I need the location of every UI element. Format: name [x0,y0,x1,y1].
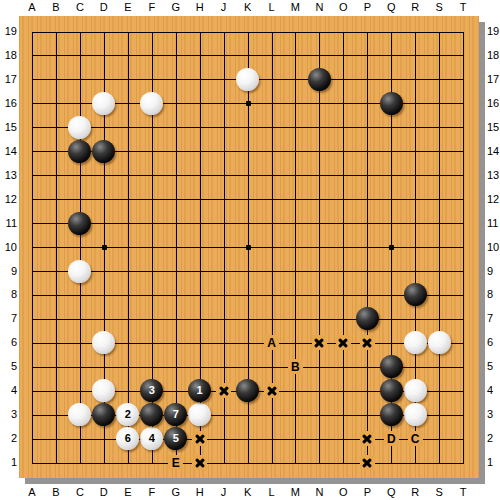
black-stone[interactable]: 7 [164,403,187,426]
cross-marker [216,383,231,398]
row-label-left: 3 [2,408,17,421]
row-label-right: 8 [487,288,500,301]
row-label-left: 6 [2,336,17,349]
row-label-left: 12 [2,193,17,206]
black-stone[interactable]: 3 [140,379,163,402]
white-stone[interactable] [92,331,115,354]
black-stone[interactable]: 5 [164,427,187,450]
black-stone[interactable] [380,403,403,426]
column-label-top: G [166,1,186,14]
black-stone[interactable] [380,92,403,115]
letter-marker-d: D [384,431,399,446]
letter-marker-e: E [168,455,183,470]
row-label-left: 7 [2,312,17,325]
row-label-left: 5 [2,360,17,373]
row-label-right: 4 [487,384,500,397]
column-label-top: K [238,1,258,14]
white-stone[interactable] [92,92,115,115]
column-label-bottom: B [46,486,66,499]
white-stone[interactable] [428,331,451,354]
column-label-bottom: N [309,486,329,499]
grid-line-vertical [463,32,464,464]
grid-line-horizontal [32,439,464,440]
column-label-bottom: D [94,486,114,499]
column-label-bottom: E [118,486,138,499]
row-label-left: 13 [2,169,17,182]
column-label-bottom: H [190,486,210,499]
column-label-top: J [214,1,234,14]
row-label-left: 15 [2,121,17,134]
grid-line-horizontal [32,319,464,320]
row-label-right: 15 [487,121,500,134]
column-label-bottom: J [214,486,234,499]
column-label-top: P [357,1,377,14]
column-label-bottom: R [405,486,425,499]
goban-board[interactable]: ABCDE2461357 [19,16,479,478]
grid-line-vertical [367,32,368,464]
row-label-left: 4 [2,384,17,397]
cross-marker [192,455,207,470]
black-stone[interactable] [140,403,163,426]
column-label-bottom: G [166,486,186,499]
column-label-bottom: S [429,486,449,499]
white-stone[interactable] [404,403,427,426]
black-stone[interactable] [308,68,331,91]
column-label-bottom: K [238,486,258,499]
row-label-right: 10 [487,241,500,254]
cross-marker [360,335,375,350]
row-label-left: 18 [2,49,17,62]
grid-line-vertical [439,32,440,464]
star-point [389,245,394,250]
column-label-top: M [285,1,305,14]
letter-marker-a: A [264,335,279,350]
row-label-left: 1 [2,456,17,469]
row-label-right: 17 [487,73,500,86]
row-label-right: 16 [487,97,500,110]
grid-line-vertical [295,32,296,464]
column-label-top: T [453,1,473,14]
column-label-bottom: O [333,486,353,499]
row-label-right: 6 [487,336,500,349]
column-label-bottom: M [285,486,305,499]
column-label-top: B [46,1,66,14]
black-stone[interactable] [68,212,91,235]
white-stone[interactable] [236,68,259,91]
black-stone[interactable] [92,140,115,163]
row-label-left: 2 [2,432,17,445]
white-stone[interactable] [68,403,91,426]
row-label-left: 9 [2,265,17,278]
row-label-left: 14 [2,145,17,158]
black-stone[interactable] [236,379,259,402]
column-label-top: H [190,1,210,14]
grid-line-vertical [319,32,320,464]
row-label-left: 17 [2,73,17,86]
row-label-left: 19 [2,25,17,38]
white-stone[interactable] [140,92,163,115]
white-stone[interactable] [68,116,91,139]
star-point [102,245,107,250]
white-stone[interactable] [188,403,211,426]
column-label-bottom: C [70,486,90,499]
column-label-top: D [94,1,114,14]
white-stone[interactable] [404,331,427,354]
column-label-top: O [333,1,353,14]
row-label-right: 3 [487,408,500,421]
column-label-bottom: F [142,486,162,499]
row-label-right: 14 [487,145,500,158]
row-label-right: 13 [487,169,500,182]
cross-marker [192,431,207,446]
column-label-top: A [22,1,42,14]
cross-marker [360,431,375,446]
grid-line-horizontal [32,295,464,296]
white-stone[interactable] [68,260,91,283]
column-label-bottom: P [357,486,377,499]
row-label-right: 2 [487,432,500,445]
black-stone[interactable] [68,140,91,163]
go-diagram: ABCDE2461357 AABBCCDDEEFFGGHHJJKKLLMMNNO… [0,0,500,500]
column-label-bottom: Q [381,486,401,499]
black-stone[interactable] [92,403,115,426]
row-label-right: 18 [487,49,500,62]
column-label-bottom: A [22,486,42,499]
row-label-right: 7 [487,312,500,325]
star-point [246,245,251,250]
grid-line-horizontal [32,271,464,272]
column-label-top: Q [381,1,401,14]
column-label-top: E [118,1,138,14]
row-label-right: 19 [487,25,500,38]
black-stone[interactable] [404,283,427,306]
black-stone[interactable]: 1 [188,379,211,402]
row-label-left: 16 [2,97,17,110]
column-label-bottom: T [453,486,473,499]
white-stone[interactable] [404,379,427,402]
star-point [246,101,251,106]
column-label-top: S [429,1,449,14]
row-label-right: 11 [487,217,500,230]
black-stone[interactable] [380,379,403,402]
row-label-right: 5 [487,360,500,373]
black-stone[interactable] [380,355,403,378]
cross-marker [336,335,351,350]
row-label-right: 9 [487,265,500,278]
white-stone[interactable]: 6 [116,427,139,450]
row-label-right: 1 [487,456,500,469]
row-label-right: 12 [487,193,500,206]
cross-marker [264,383,279,398]
grid-line-horizontal [32,463,464,464]
column-label-top: C [70,1,90,14]
column-label-bottom: L [262,486,282,499]
letter-marker-b: B [288,359,303,374]
letter-marker-c: C [408,431,423,446]
black-stone[interactable] [356,307,379,330]
column-label-top: L [262,1,282,14]
white-stone[interactable]: 4 [140,427,163,450]
column-label-top: F [142,1,162,14]
white-stone[interactable]: 2 [116,403,139,426]
grid-line-vertical [343,32,344,464]
row-label-left: 11 [2,217,17,230]
grid-line-vertical [272,32,273,464]
column-label-top: N [309,1,329,14]
white-stone[interactable] [92,379,115,402]
row-label-left: 8 [2,288,17,301]
cross-marker [360,455,375,470]
cross-marker [312,335,327,350]
row-label-left: 10 [2,241,17,254]
column-label-top: R [405,1,425,14]
